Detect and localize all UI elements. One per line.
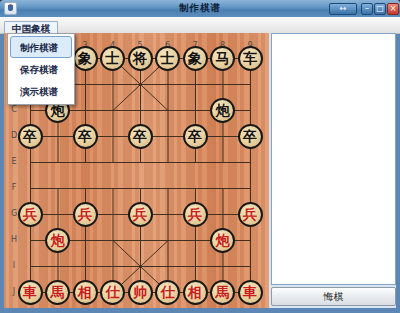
- piece-red-炮-c1r7[interactable]: 炮: [45, 228, 70, 253]
- app-window: 制作棋谱 ↔ – □ × 中国象棋: [0, 0, 400, 313]
- piece-red-帅-c4r9[interactable]: 帅: [128, 280, 153, 305]
- piece-black-士-c3r0[interactable]: 士: [100, 46, 125, 71]
- piece-red-仕-c5r9[interactable]: 仕: [155, 280, 180, 305]
- piece-red-馬-c7r9[interactable]: 馬: [210, 280, 235, 305]
- piece-red-兵-c8r6[interactable]: 兵: [238, 202, 263, 227]
- piece-red-車-c8r9[interactable]: 車: [238, 280, 263, 305]
- piece-black-象-c2r0[interactable]: 象: [73, 46, 98, 71]
- piece-black-将-c4r0[interactable]: 将: [128, 46, 153, 71]
- piece-black-车-c8r0[interactable]: 车: [238, 46, 263, 71]
- menu-bar: 中国象棋: [0, 17, 400, 34]
- dropdown-item-1[interactable]: 制作棋谱: [10, 36, 72, 58]
- row-label-I: I: [13, 262, 15, 270]
- piece-red-兵-c4r6[interactable]: 兵: [128, 202, 153, 227]
- dropdown-item-3[interactable]: 演示棋谱: [10, 80, 72, 102]
- side-panel: 悔棋: [271, 33, 396, 308]
- piece-red-兵-c0r6[interactable]: 兵: [18, 202, 43, 227]
- minimize-button[interactable]: –: [361, 3, 373, 15]
- row-label-C: C: [11, 106, 17, 114]
- piece-red-炮-c7r7[interactable]: 炮: [210, 228, 235, 253]
- dropdown-menu: 制作棋谱保存棋谱演示棋谱: [7, 33, 75, 105]
- piece-black-卒-c0r3[interactable]: 卒: [18, 124, 43, 149]
- piece-black-卒-c2r3[interactable]: 卒: [73, 124, 98, 149]
- row-label-F: F: [12, 184, 17, 192]
- piece-black-卒-c6r3[interactable]: 卒: [183, 124, 208, 149]
- window-frame-bottom: [0, 308, 400, 313]
- piece-black-士-c5r0[interactable]: 士: [155, 46, 180, 71]
- piece-red-馬-c1r9[interactable]: 馬: [45, 280, 70, 305]
- piece-black-卒-c4r3[interactable]: 卒: [128, 124, 153, 149]
- piece-red-相-c2r9[interactable]: 相: [73, 280, 98, 305]
- undo-button[interactable]: 悔棋: [271, 287, 396, 306]
- piece-black-卒-c8r3[interactable]: 卒: [238, 124, 263, 149]
- maximize-button[interactable]: □: [374, 3, 386, 15]
- piece-red-車-c0r9[interactable]: 車: [18, 280, 43, 305]
- row-label-H: H: [11, 236, 17, 244]
- piece-black-炮-c7r2[interactable]: 炮: [210, 98, 235, 123]
- resize-button[interactable]: ↔: [329, 3, 357, 15]
- close-button[interactable]: ×: [387, 3, 399, 15]
- row-label-D: D: [11, 132, 17, 140]
- dropdown-item-2[interactable]: 保存棋谱: [10, 58, 72, 80]
- piece-black-象-c6r0[interactable]: 象: [183, 46, 208, 71]
- row-label-G: G: [11, 210, 17, 218]
- title-bar[interactable]: 制作棋谱 ↔ – □ ×: [0, 0, 400, 18]
- piece-red-兵-c2r6[interactable]: 兵: [73, 202, 98, 227]
- move-list[interactable]: [271, 33, 396, 285]
- piece-red-兵-c6r6[interactable]: 兵: [183, 202, 208, 227]
- piece-black-马-c7r0[interactable]: 马: [210, 46, 235, 71]
- piece-red-相-c6r9[interactable]: 相: [183, 280, 208, 305]
- piece-red-仕-c3r9[interactable]: 仕: [100, 280, 125, 305]
- row-label-E: E: [11, 158, 16, 166]
- row-label-J: J: [13, 288, 15, 296]
